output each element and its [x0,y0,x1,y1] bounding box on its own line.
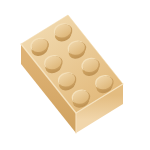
lego-brick-image [0,0,150,150]
product-photo [0,0,150,150]
